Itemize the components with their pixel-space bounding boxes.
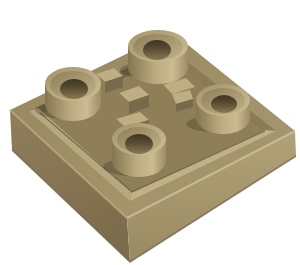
hollow-stud-front xyxy=(112,123,166,177)
hollow-stud-left xyxy=(45,67,101,121)
stud-hole xyxy=(60,79,88,99)
hollow-stud-back xyxy=(128,30,188,84)
product-photo xyxy=(0,0,300,265)
stud-hole xyxy=(211,95,237,113)
stud-hole xyxy=(125,134,153,154)
hollow-stud-right xyxy=(196,84,250,134)
stud-hole xyxy=(143,40,171,60)
lego-tile-2x2-inverted-photo xyxy=(0,0,300,265)
